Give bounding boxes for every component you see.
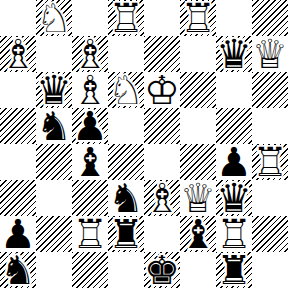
square-f8[interactable]: ♜♖ bbox=[180, 0, 216, 36]
black-rook-glyph: ♜ bbox=[216, 252, 252, 288]
black-knight-glyph: ♞ bbox=[36, 108, 72, 144]
black-rook[interactable]: ♜ bbox=[108, 216, 144, 252]
white-rook[interactable]: ♜♖ bbox=[72, 216, 108, 252]
black-bishop[interactable]: ♝ bbox=[72, 144, 108, 180]
square-b4[interactable] bbox=[36, 144, 72, 180]
white-bishop[interactable]: ♝♗ bbox=[0, 36, 36, 72]
square-h7[interactable]: ♛♕ bbox=[252, 36, 288, 72]
white-rook-outline-glyph: ♖ bbox=[108, 0, 144, 36]
white-bishop-outline-glyph: ♗ bbox=[144, 180, 180, 216]
white-rook[interactable]: ♜♖ bbox=[180, 0, 216, 36]
white-rook-outline-glyph: ♖ bbox=[252, 144, 288, 180]
square-b1[interactable] bbox=[36, 252, 72, 288]
square-d2[interactable]: ♜ bbox=[108, 216, 144, 252]
chess-board: ♞♘♜♖♜♖♝♗♝♗♛♛♕♛♝♗♞♘♚♔♞♟♝♟♜♖♞♝♗♛♕♛♟♜♖♜♝♜♖♞… bbox=[0, 0, 288, 288]
square-c2[interactable]: ♜♖ bbox=[72, 216, 108, 252]
square-a5[interactable] bbox=[0, 108, 36, 144]
black-knight[interactable]: ♞ bbox=[36, 108, 72, 144]
square-e8[interactable] bbox=[144, 0, 180, 36]
white-queen-outline-glyph: ♕ bbox=[252, 36, 288, 72]
white-king-outline-glyph: ♔ bbox=[144, 72, 180, 108]
black-rook[interactable]: ♜ bbox=[216, 252, 252, 288]
square-f5[interactable] bbox=[180, 108, 216, 144]
square-e1[interactable]: ♚ bbox=[144, 252, 180, 288]
square-a1[interactable]: ♞ bbox=[0, 252, 36, 288]
white-king[interactable]: ♚♔ bbox=[144, 72, 180, 108]
square-d1[interactable] bbox=[108, 252, 144, 288]
square-a7[interactable]: ♝♗ bbox=[0, 36, 36, 72]
square-b2[interactable] bbox=[36, 216, 72, 252]
white-knight-outline-glyph: ♘ bbox=[36, 0, 72, 36]
white-knight[interactable]: ♞♘ bbox=[108, 72, 144, 108]
square-a6[interactable] bbox=[0, 72, 36, 108]
square-h6[interactable] bbox=[252, 72, 288, 108]
white-queen[interactable]: ♛♕ bbox=[252, 36, 288, 72]
square-d5[interactable] bbox=[108, 108, 144, 144]
black-king[interactable]: ♚ bbox=[144, 252, 180, 288]
white-rook[interactable]: ♜♖ bbox=[252, 144, 288, 180]
square-e3[interactable]: ♝♗ bbox=[144, 180, 180, 216]
square-c1[interactable] bbox=[72, 252, 108, 288]
black-rook-glyph: ♜ bbox=[108, 216, 144, 252]
white-rook-outline-glyph: ♖ bbox=[180, 0, 216, 36]
black-queen[interactable]: ♛ bbox=[216, 36, 252, 72]
black-knight[interactable]: ♞ bbox=[0, 252, 36, 288]
white-rook[interactable]: ♜♖ bbox=[108, 0, 144, 36]
white-knight-outline-glyph: ♘ bbox=[108, 72, 144, 108]
square-f6[interactable] bbox=[180, 72, 216, 108]
white-bishop[interactable]: ♝♗ bbox=[144, 180, 180, 216]
square-d6[interactable]: ♞♘ bbox=[108, 72, 144, 108]
black-bishop[interactable]: ♝ bbox=[180, 216, 216, 252]
black-bishop-glyph: ♝ bbox=[72, 144, 108, 180]
square-g6[interactable] bbox=[216, 72, 252, 108]
white-knight[interactable]: ♞♘ bbox=[36, 0, 72, 36]
square-e6[interactable]: ♚♔ bbox=[144, 72, 180, 108]
square-b8[interactable]: ♞♘ bbox=[36, 0, 72, 36]
square-b3[interactable] bbox=[36, 180, 72, 216]
square-h4[interactable]: ♜♖ bbox=[252, 144, 288, 180]
square-g7[interactable]: ♛ bbox=[216, 36, 252, 72]
square-f2[interactable]: ♝ bbox=[180, 216, 216, 252]
square-b5[interactable]: ♞ bbox=[36, 108, 72, 144]
square-a4[interactable] bbox=[0, 144, 36, 180]
black-king-glyph: ♚ bbox=[144, 252, 180, 288]
square-c4[interactable]: ♝ bbox=[72, 144, 108, 180]
black-queen-glyph: ♛ bbox=[216, 36, 252, 72]
white-bishop-outline-glyph: ♗ bbox=[0, 36, 36, 72]
black-knight-glyph: ♞ bbox=[0, 252, 36, 288]
square-d8[interactable]: ♜♖ bbox=[108, 0, 144, 36]
square-h2[interactable] bbox=[252, 216, 288, 252]
square-f1[interactable] bbox=[180, 252, 216, 288]
square-h3[interactable] bbox=[252, 180, 288, 216]
square-e5[interactable] bbox=[144, 108, 180, 144]
black-bishop-glyph: ♝ bbox=[180, 216, 216, 252]
square-g1[interactable]: ♜ bbox=[216, 252, 252, 288]
square-h1[interactable] bbox=[252, 252, 288, 288]
square-f7[interactable] bbox=[180, 36, 216, 72]
white-rook-outline-glyph: ♖ bbox=[72, 216, 108, 252]
